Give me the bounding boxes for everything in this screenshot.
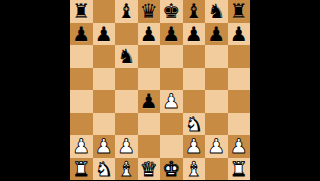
square-d8[interactable]: ♛ (138, 0, 161, 23)
white-pawn-f2: ♟ (185, 135, 203, 158)
square-g3[interactable] (205, 113, 228, 136)
white-pawn-e4: ♟ (162, 90, 180, 113)
white-pawn-g2: ♟ (207, 135, 225, 158)
square-c6[interactable]: ♞ (115, 45, 138, 68)
square-b6[interactable] (93, 45, 116, 68)
black-king-e8: ♚ (162, 0, 180, 23)
square-b3[interactable] (93, 113, 116, 136)
black-knight-g8: ♞ (207, 0, 225, 23)
square-a3[interactable] (70, 113, 93, 136)
square-c3[interactable] (115, 113, 138, 136)
square-c8[interactable]: ♝ (115, 0, 138, 23)
square-a2[interactable]: ♟ (70, 135, 93, 158)
square-g1[interactable] (205, 158, 228, 181)
square-e1[interactable]: ♚ (160, 158, 183, 181)
white-queen-d1: ♛ (140, 158, 158, 181)
white-pawn-c2: ♟ (117, 135, 135, 158)
square-b8[interactable] (93, 0, 116, 23)
black-bishop-f8: ♝ (185, 0, 203, 23)
square-g8[interactable]: ♞ (205, 0, 228, 23)
chess-board: ♜♝♛♚♝♞♜♟♟♟♟♟♟♟♞♟♟♞♟♟♟♟♟♟♜♞♝♛♚♝♜ (70, 0, 250, 180)
black-pawn-g7: ♟ (207, 23, 225, 46)
black-pawn-h7: ♟ (230, 23, 248, 46)
black-pawn-b7: ♟ (95, 23, 113, 46)
square-g7[interactable]: ♟ (205, 23, 228, 46)
white-knight-b1: ♞ (95, 158, 113, 181)
square-d7[interactable]: ♟ (138, 23, 161, 46)
square-b4[interactable] (93, 90, 116, 113)
square-b1[interactable]: ♞ (93, 158, 116, 181)
square-f8[interactable]: ♝ (183, 0, 206, 23)
square-a1[interactable]: ♜ (70, 158, 93, 181)
square-h3[interactable] (228, 113, 251, 136)
white-rook-h1: ♜ (230, 158, 248, 181)
square-b2[interactable]: ♟ (93, 135, 116, 158)
black-rook-h8: ♜ (230, 0, 248, 23)
square-e5[interactable] (160, 68, 183, 91)
square-h6[interactable] (228, 45, 251, 68)
black-queen-d8: ♛ (140, 0, 158, 23)
black-pawn-d7: ♟ (140, 23, 158, 46)
white-pawn-a2: ♟ (72, 135, 90, 158)
square-g4[interactable] (205, 90, 228, 113)
square-c4[interactable] (115, 90, 138, 113)
white-pawn-h2: ♟ (230, 135, 248, 158)
black-bishop-c8: ♝ (117, 0, 135, 23)
square-h1[interactable]: ♜ (228, 158, 251, 181)
square-e7[interactable]: ♟ (160, 23, 183, 46)
black-rook-a8: ♜ (72, 0, 90, 23)
square-a4[interactable] (70, 90, 93, 113)
square-d2[interactable] (138, 135, 161, 158)
white-pawn-b2: ♟ (95, 135, 113, 158)
black-pawn-d4: ♟ (140, 90, 158, 113)
black-pawn-a7: ♟ (72, 23, 90, 46)
square-f5[interactable] (183, 68, 206, 91)
square-f7[interactable]: ♟ (183, 23, 206, 46)
square-f1[interactable]: ♝ (183, 158, 206, 181)
square-e2[interactable] (160, 135, 183, 158)
white-bishop-c1: ♝ (117, 158, 135, 181)
white-bishop-f1: ♝ (185, 158, 203, 181)
square-c2[interactable]: ♟ (115, 135, 138, 158)
square-h2[interactable]: ♟ (228, 135, 251, 158)
square-f6[interactable] (183, 45, 206, 68)
square-d6[interactable] (138, 45, 161, 68)
square-f2[interactable]: ♟ (183, 135, 206, 158)
square-g6[interactable] (205, 45, 228, 68)
square-e4[interactable]: ♟ (160, 90, 183, 113)
square-e6[interactable] (160, 45, 183, 68)
square-b5[interactable] (93, 68, 116, 91)
white-knight-f3: ♞ (185, 113, 203, 136)
square-b7[interactable]: ♟ (93, 23, 116, 46)
square-e3[interactable] (160, 113, 183, 136)
square-f4[interactable] (183, 90, 206, 113)
square-h7[interactable]: ♟ (228, 23, 251, 46)
square-d4[interactable]: ♟ (138, 90, 161, 113)
black-pawn-f7: ♟ (185, 23, 203, 46)
square-h5[interactable] (228, 68, 251, 91)
square-e8[interactable]: ♚ (160, 0, 183, 23)
square-c7[interactable] (115, 23, 138, 46)
black-pawn-e7: ♟ (162, 23, 180, 46)
square-c5[interactable] (115, 68, 138, 91)
square-a7[interactable]: ♟ (70, 23, 93, 46)
square-d3[interactable] (138, 113, 161, 136)
square-a6[interactable] (70, 45, 93, 68)
white-rook-a1: ♜ (72, 158, 90, 181)
square-a5[interactable] (70, 68, 93, 91)
black-knight-c6: ♞ (117, 45, 135, 68)
square-h8[interactable]: ♜ (228, 0, 251, 23)
white-king-e1: ♚ (162, 158, 180, 181)
square-d1[interactable]: ♛ (138, 158, 161, 181)
square-g5[interactable] (205, 68, 228, 91)
square-f3[interactable]: ♞ (183, 113, 206, 136)
square-d5[interactable] (138, 68, 161, 91)
square-h4[interactable] (228, 90, 251, 113)
square-g2[interactable]: ♟ (205, 135, 228, 158)
square-c1[interactable]: ♝ (115, 158, 138, 181)
letterbox-background: ♜♝♛♚♝♞♜♟♟♟♟♟♟♟♞♟♟♞♟♟♟♟♟♟♜♞♝♛♚♝♜ (0, 0, 320, 180)
square-a8[interactable]: ♜ (70, 0, 93, 23)
